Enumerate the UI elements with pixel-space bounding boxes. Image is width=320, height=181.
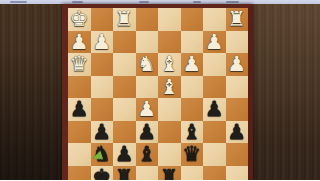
square-e1[interactable] (136, 8, 159, 31)
square-b5[interactable]: ♟ (203, 98, 226, 121)
black-bishop[interactable]: ♝ (182, 120, 201, 143)
screenshot-stage: ♚♜♜♟♟♟♛♞♝♟♟♝♟♟♟♟♟♝♟♞♟♝♛♚♜♜ (0, 0, 320, 180)
square-a4[interactable] (226, 76, 249, 99)
square-h1[interactable]: ♚ (68, 8, 91, 31)
square-c1[interactable] (181, 8, 204, 31)
black-pawn[interactable]: ♟ (92, 120, 111, 143)
white-pawn[interactable]: ♟ (227, 53, 246, 76)
square-e3[interactable]: ♞ (136, 53, 159, 76)
square-h6[interactable] (68, 121, 91, 144)
chess-board-frame: ♚♜♜♟♟♟♛♞♝♟♟♝♟♟♟♟♟♝♟♞♟♝♛♚♜♜ (62, 4, 253, 180)
square-e2[interactable] (136, 31, 159, 54)
square-f5[interactable] (113, 98, 136, 121)
board-squares: ♚♜♜♟♟♟♛♞♝♟♟♝♟♟♟♟♟♝♟♞♟♝♛♚♜♜ (68, 8, 248, 180)
square-b2[interactable]: ♟ (203, 31, 226, 54)
square-e6[interactable]: ♟ (136, 121, 159, 144)
menu-item-placeholder[interactable] (226, 1, 239, 3)
square-b3[interactable] (203, 53, 226, 76)
square-c8[interactable] (181, 166, 204, 181)
square-b6[interactable] (203, 121, 226, 144)
square-f3[interactable] (113, 53, 136, 76)
black-pawn[interactable]: ♟ (205, 98, 224, 121)
white-king[interactable]: ♚ (70, 8, 89, 31)
white-pawn[interactable]: ♟ (92, 30, 111, 53)
square-g8[interactable]: ♚ (91, 166, 114, 181)
menu-item-placeholder[interactable] (10, 1, 27, 3)
square-b4[interactable] (203, 76, 226, 99)
square-f2[interactable] (113, 31, 136, 54)
menu-item-placeholder[interactable] (72, 1, 83, 3)
square-g4[interactable] (91, 76, 114, 99)
black-queen[interactable]: ♛ (182, 143, 201, 166)
white-pawn[interactable]: ♟ (70, 30, 89, 53)
square-a1[interactable]: ♜ (226, 8, 249, 31)
square-b8[interactable] (203, 166, 226, 181)
square-e7[interactable]: ♝ (136, 143, 159, 166)
black-rook[interactable]: ♜ (115, 165, 134, 180)
white-pawn[interactable]: ♟ (182, 53, 201, 76)
square-f8[interactable]: ♜ (113, 166, 136, 181)
black-bishop[interactable]: ♝ (137, 143, 156, 166)
square-h5[interactable]: ♟ (68, 98, 91, 121)
square-d8[interactable]: ♜ (158, 166, 181, 181)
square-c6[interactable]: ♝ (181, 121, 204, 144)
white-pawn[interactable]: ♟ (137, 98, 156, 121)
square-g6[interactable]: ♟ (91, 121, 114, 144)
square-b1[interactable] (203, 8, 226, 31)
square-a6[interactable]: ♟ (226, 121, 249, 144)
square-g3[interactable] (91, 53, 114, 76)
square-c2[interactable] (181, 31, 204, 54)
menu-item-placeholder[interactable] (193, 1, 201, 3)
square-d2[interactable] (158, 31, 181, 54)
white-bishop[interactable]: ♝ (160, 75, 179, 98)
white-knight[interactable]: ♞ (137, 53, 156, 76)
square-h2[interactable]: ♟ (68, 31, 91, 54)
square-e8[interactable] (136, 166, 159, 181)
square-c3[interactable]: ♟ (181, 53, 204, 76)
square-d7[interactable] (158, 143, 181, 166)
square-h4[interactable] (68, 76, 91, 99)
white-rook[interactable]: ♜ (227, 8, 246, 31)
square-a5[interactable] (226, 98, 249, 121)
square-a8[interactable] (226, 166, 249, 181)
square-b7[interactable] (203, 143, 226, 166)
square-g1[interactable] (91, 8, 114, 31)
square-d4[interactable]: ♝ (158, 76, 181, 99)
square-f7[interactable]: ♟ (113, 143, 136, 166)
square-a7[interactable] (226, 143, 249, 166)
white-pawn[interactable]: ♟ (205, 30, 224, 53)
square-d6[interactable] (158, 121, 181, 144)
square-d3[interactable]: ♝ (158, 53, 181, 76)
white-rook[interactable]: ♜ (115, 8, 134, 31)
square-h3[interactable]: ♛ (68, 53, 91, 76)
menu-item-placeholder[interactable] (139, 1, 149, 3)
white-bishop[interactable]: ♝ (160, 53, 179, 76)
square-d5[interactable] (158, 98, 181, 121)
black-rook[interactable]: ♜ (160, 165, 179, 180)
square-c5[interactable] (181, 98, 204, 121)
square-a2[interactable] (226, 31, 249, 54)
square-d1[interactable] (158, 8, 181, 31)
white-queen[interactable]: ♛ (70, 53, 89, 76)
square-f4[interactable] (113, 76, 136, 99)
square-g5[interactable] (91, 98, 114, 121)
square-f6[interactable] (113, 121, 136, 144)
square-g2[interactable]: ♟ (91, 31, 114, 54)
black-king[interactable]: ♚ (92, 165, 111, 180)
square-c4[interactable] (181, 76, 204, 99)
black-pawn[interactable]: ♟ (137, 120, 156, 143)
square-h8[interactable] (68, 166, 91, 181)
square-h7[interactable] (68, 143, 91, 166)
square-a3[interactable]: ♟ (226, 53, 249, 76)
square-e5[interactable]: ♟ (136, 98, 159, 121)
square-f1[interactable]: ♜ (113, 8, 136, 31)
square-c7[interactable]: ♛ (181, 143, 204, 166)
black-pawn[interactable]: ♟ (227, 120, 246, 143)
black-pawn[interactable]: ♟ (70, 98, 89, 121)
black-pawn[interactable]: ♟ (115, 143, 134, 166)
square-e4[interactable] (136, 76, 159, 99)
